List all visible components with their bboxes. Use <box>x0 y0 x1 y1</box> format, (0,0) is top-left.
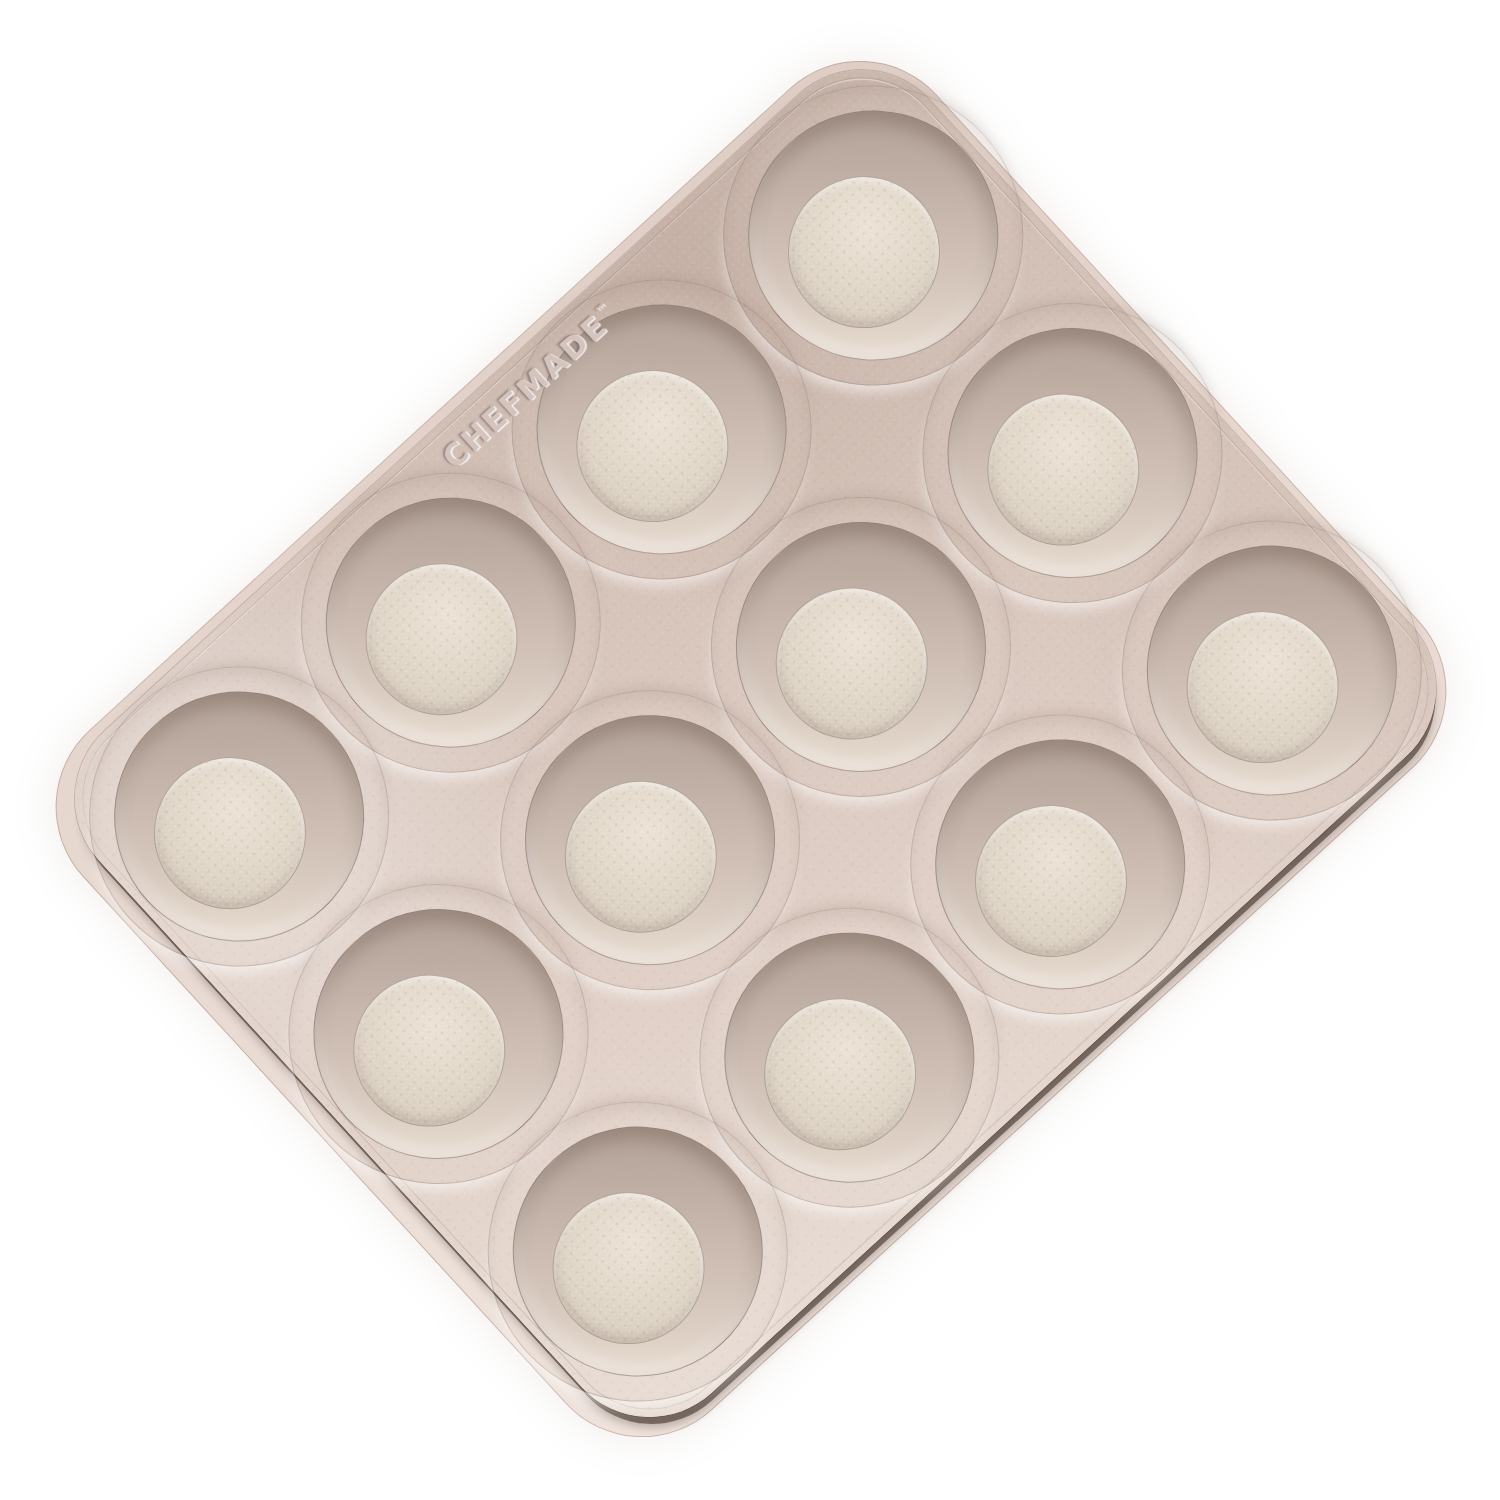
pan-top-deck: CHEFMADE™ <box>37 32 1474 1455</box>
pan-rolled-edge: CHEFMADE™ <box>13 18 1490 1480</box>
product-photo-scene: CHEFMADE™ <box>0 0 1500 1500</box>
muffin-cup-grid <box>867 32 1474 694</box>
